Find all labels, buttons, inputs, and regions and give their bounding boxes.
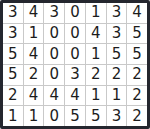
grid-cell[interactable]: 1: [86, 86, 106, 106]
grid-cell[interactable]: 2: [86, 65, 106, 85]
grid-cell[interactable]: 4: [24, 44, 44, 64]
grid-cell[interactable]: 4: [24, 86, 44, 106]
grid-cell[interactable]: 0: [65, 24, 85, 44]
grid-cell[interactable]: 5: [3, 44, 23, 64]
grid-cell[interactable]: 2: [127, 65, 147, 85]
grid-cell[interactable]: 3: [107, 24, 127, 44]
grid-cell[interactable]: 2: [127, 106, 147, 126]
grid-cell[interactable]: 5: [127, 44, 147, 64]
grid-cell[interactable]: 1: [24, 24, 44, 44]
grid-cell[interactable]: 0: [44, 44, 64, 64]
grid-cell[interactable]: 3: [107, 3, 127, 23]
grid-cell[interactable]: 5: [86, 106, 106, 126]
grid-cell[interactable]: 3: [65, 65, 85, 85]
grid-cell[interactable]: 4: [24, 3, 44, 23]
grid-cell[interactable]: 1: [24, 106, 44, 126]
grid-cell[interactable]: 4: [65, 86, 85, 106]
grid-cell[interactable]: 5: [65, 106, 85, 126]
grid-cell[interactable]: 3: [107, 106, 127, 126]
domino-board-frame: 3430134310043554001555203222244411211055…: [0, 0, 150, 129]
grid-cell[interactable]: 5: [107, 44, 127, 64]
grid-cell[interactable]: 4: [127, 3, 147, 23]
grid-cell[interactable]: 4: [44, 86, 64, 106]
grid-cell[interactable]: 1: [3, 106, 23, 126]
grid-cell[interactable]: 5: [127, 24, 147, 44]
grid-cell[interactable]: 0: [65, 44, 85, 64]
grid-cell[interactable]: 3: [44, 3, 64, 23]
grid-cell[interactable]: 2: [127, 86, 147, 106]
grid-cell[interactable]: 0: [44, 24, 64, 44]
grid-cell[interactable]: 3: [3, 3, 23, 23]
grid-cell[interactable]: 1: [107, 86, 127, 106]
grid-cell[interactable]: 0: [44, 65, 64, 85]
grid-cell[interactable]: 4: [86, 24, 106, 44]
grid-cell[interactable]: 5: [3, 65, 23, 85]
grid-cell[interactable]: 2: [24, 65, 44, 85]
domino-grid: 3430134310043554001555203222244411211055…: [3, 3, 147, 126]
grid-cell[interactable]: 1: [86, 3, 106, 23]
grid-cell[interactable]: 0: [65, 3, 85, 23]
grid-cell[interactable]: 0: [44, 106, 64, 126]
grid-cell[interactable]: 1: [86, 44, 106, 64]
grid-cell[interactable]: 2: [3, 86, 23, 106]
grid-cell[interactable]: 2: [107, 65, 127, 85]
grid-cell[interactable]: 3: [3, 24, 23, 44]
